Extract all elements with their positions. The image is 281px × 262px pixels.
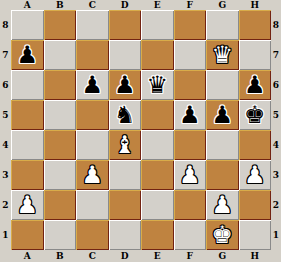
square-d7[interactable] bbox=[109, 40, 142, 70]
square-a7[interactable]: ♟ bbox=[11, 40, 44, 70]
rank-label-right-6: 6 bbox=[271, 70, 281, 100]
square-d1[interactable] bbox=[109, 220, 142, 250]
square-d5[interactable]: ♞ bbox=[109, 100, 142, 130]
file-label-bottom-h: H bbox=[239, 250, 272, 262]
square-f1[interactable] bbox=[174, 220, 207, 250]
piece-white-king[interactable]: ♚ bbox=[211, 223, 233, 247]
square-a3[interactable] bbox=[11, 160, 44, 190]
square-a2[interactable]: ♟ bbox=[11, 190, 44, 220]
rank-label-right-2: 2 bbox=[271, 190, 281, 220]
square-c6[interactable]: ♟ bbox=[76, 70, 109, 100]
rank-label-left-3: 3 bbox=[0, 160, 11, 190]
square-d8[interactable] bbox=[109, 10, 142, 40]
square-f2[interactable] bbox=[174, 190, 207, 220]
square-e3[interactable] bbox=[141, 160, 174, 190]
square-e2[interactable] bbox=[141, 190, 174, 220]
square-g5[interactable]: ♟ bbox=[206, 100, 239, 130]
square-g3[interactable] bbox=[206, 160, 239, 190]
file-label-top-c: C bbox=[76, 0, 109, 10]
square-a8[interactable] bbox=[11, 10, 44, 40]
rank-label-left-7: 7 bbox=[0, 40, 11, 70]
square-c7[interactable] bbox=[76, 40, 109, 70]
square-d2[interactable] bbox=[109, 190, 142, 220]
square-c5[interactable] bbox=[76, 100, 109, 130]
piece-black-queen[interactable]: ♛ bbox=[146, 73, 168, 97]
rank-label-left-6: 6 bbox=[0, 70, 11, 100]
square-f8[interactable] bbox=[174, 10, 207, 40]
file-label-top-h: H bbox=[239, 0, 272, 10]
rank-label-right-1: 1 bbox=[271, 220, 281, 250]
square-e6[interactable]: ♛ bbox=[141, 70, 174, 100]
square-e4[interactable] bbox=[141, 130, 174, 160]
piece-white-pawn[interactable]: ♟ bbox=[179, 163, 201, 187]
square-f3[interactable]: ♟ bbox=[174, 160, 207, 190]
square-f5[interactable]: ♟ bbox=[174, 100, 207, 130]
file-label-bottom-e: E bbox=[141, 250, 174, 262]
square-a5[interactable] bbox=[11, 100, 44, 130]
square-b1[interactable] bbox=[44, 220, 77, 250]
file-label-bottom-g: G bbox=[206, 250, 239, 262]
rank-label-right-3: 3 bbox=[271, 160, 281, 190]
chess-board-window: ABCDEFGH 87654321 ♟♛♟♟♛♟♞♟♟♚♝♟♟♟♟♟♚ 8765… bbox=[0, 0, 281, 262]
square-g7[interactable]: ♛ bbox=[206, 40, 239, 70]
square-b4[interactable] bbox=[44, 130, 77, 160]
rank-label-left-4: 4 bbox=[0, 130, 11, 160]
square-a6[interactable] bbox=[11, 70, 44, 100]
file-label-bottom-a: A bbox=[11, 250, 44, 262]
square-b3[interactable] bbox=[44, 160, 77, 190]
piece-black-pawn[interactable]: ♟ bbox=[179, 103, 201, 127]
rank-label-left-2: 2 bbox=[0, 190, 11, 220]
piece-white-pawn[interactable]: ♟ bbox=[16, 193, 38, 217]
square-b2[interactable] bbox=[44, 190, 77, 220]
rank-label-right-8: 8 bbox=[271, 10, 281, 40]
file-label-bottom-c: C bbox=[76, 250, 109, 262]
piece-black-knight[interactable]: ♞ bbox=[114, 103, 136, 127]
piece-black-pawn[interactable]: ♟ bbox=[244, 73, 266, 97]
file-label-top-f: F bbox=[174, 0, 207, 10]
square-e5[interactable] bbox=[141, 100, 174, 130]
square-a4[interactable] bbox=[11, 130, 44, 160]
rank-labels-left: 87654321 bbox=[0, 10, 11, 250]
rank-label-left-1: 1 bbox=[0, 220, 11, 250]
chess-board: ♟♛♟♟♛♟♞♟♟♚♝♟♟♟♟♟♚ bbox=[11, 10, 271, 250]
rank-label-left-5: 5 bbox=[0, 100, 11, 130]
piece-black-pawn[interactable]: ♟ bbox=[81, 73, 103, 97]
piece-white-pawn[interactable]: ♟ bbox=[81, 163, 103, 187]
square-g6[interactable] bbox=[206, 70, 239, 100]
square-b8[interactable] bbox=[44, 10, 77, 40]
square-h6[interactable]: ♟ bbox=[239, 70, 272, 100]
square-c3[interactable]: ♟ bbox=[76, 160, 109, 190]
file-label-top-a: A bbox=[11, 0, 44, 10]
square-c1[interactable] bbox=[76, 220, 109, 250]
file-label-bottom-b: B bbox=[44, 250, 77, 262]
square-g4[interactable] bbox=[206, 130, 239, 160]
square-b7[interactable] bbox=[44, 40, 77, 70]
file-label-top-b: B bbox=[44, 0, 77, 10]
file-label-top-g: G bbox=[206, 0, 239, 10]
square-f7[interactable] bbox=[174, 40, 207, 70]
square-c4[interactable] bbox=[76, 130, 109, 160]
square-d4[interactable]: ♝ bbox=[109, 130, 142, 160]
piece-white-bishop[interactable]: ♝ bbox=[114, 133, 136, 157]
file-label-top-e: E bbox=[141, 0, 174, 10]
square-a1[interactable] bbox=[11, 220, 44, 250]
file-labels-bottom: ABCDEFGH bbox=[11, 250, 271, 262]
piece-black-pawn[interactable]: ♟ bbox=[114, 73, 136, 97]
square-b6[interactable] bbox=[44, 70, 77, 100]
rank-label-right-5: 5 bbox=[271, 100, 281, 130]
square-h3[interactable]: ♟ bbox=[239, 160, 272, 190]
square-f6[interactable] bbox=[174, 70, 207, 100]
file-label-top-d: D bbox=[109, 0, 142, 10]
square-b5[interactable] bbox=[44, 100, 77, 130]
square-e7[interactable] bbox=[141, 40, 174, 70]
square-g1[interactable]: ♚ bbox=[206, 220, 239, 250]
file-label-bottom-f: F bbox=[174, 250, 207, 262]
piece-black-pawn[interactable]: ♟ bbox=[16, 43, 38, 67]
rank-labels-right: 87654321 bbox=[271, 10, 281, 250]
square-h5[interactable]: ♚ bbox=[239, 100, 272, 130]
square-h7[interactable] bbox=[239, 40, 272, 70]
square-g8[interactable] bbox=[206, 10, 239, 40]
piece-white-pawn[interactable]: ♟ bbox=[244, 163, 266, 187]
square-h4[interactable] bbox=[239, 130, 272, 160]
square-h1[interactable] bbox=[239, 220, 272, 250]
square-c8[interactable] bbox=[76, 10, 109, 40]
rank-label-right-4: 4 bbox=[271, 130, 281, 160]
piece-white-pawn[interactable]: ♟ bbox=[211, 193, 233, 217]
square-e1[interactable] bbox=[141, 220, 174, 250]
piece-black-pawn[interactable]: ♟ bbox=[211, 103, 233, 127]
square-c2[interactable] bbox=[76, 190, 109, 220]
square-f4[interactable] bbox=[174, 130, 207, 160]
file-labels-top: ABCDEFGH bbox=[11, 0, 271, 10]
square-e8[interactable] bbox=[141, 10, 174, 40]
rank-label-right-7: 7 bbox=[271, 40, 281, 70]
square-d3[interactable] bbox=[109, 160, 142, 190]
square-h2[interactable] bbox=[239, 190, 272, 220]
rank-label-left-8: 8 bbox=[0, 10, 11, 40]
square-h8[interactable] bbox=[239, 10, 272, 40]
square-g2[interactable]: ♟ bbox=[206, 190, 239, 220]
piece-white-queen[interactable]: ♛ bbox=[211, 43, 233, 67]
file-label-bottom-d: D bbox=[109, 250, 142, 262]
piece-black-king[interactable]: ♚ bbox=[244, 103, 266, 127]
square-d6[interactable]: ♟ bbox=[109, 70, 142, 100]
